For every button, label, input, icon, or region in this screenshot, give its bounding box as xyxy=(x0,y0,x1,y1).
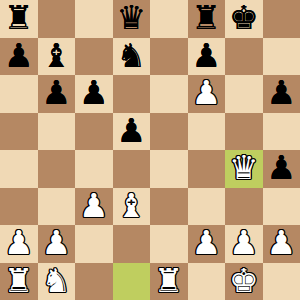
square-f2[interactable]: ♟ xyxy=(188,225,226,263)
square-h8[interactable] xyxy=(263,0,301,38)
square-c4[interactable] xyxy=(75,150,113,188)
square-h2[interactable]: ♟ xyxy=(263,225,301,263)
square-h1[interactable] xyxy=(263,263,301,300)
square-c7[interactable] xyxy=(75,38,113,76)
square-b8[interactable] xyxy=(38,0,76,38)
black-pawn-icon[interactable]: ♟ xyxy=(266,75,296,112)
square-d6[interactable] xyxy=(113,75,151,113)
square-f6[interactable]: ♟ xyxy=(188,75,226,113)
square-a5[interactable] xyxy=(0,113,38,151)
black-knight-icon[interactable]: ♞ xyxy=(116,38,146,75)
black-rook-icon[interactable]: ♜ xyxy=(191,0,221,37)
square-e2[interactable] xyxy=(150,225,188,263)
square-h5[interactable] xyxy=(263,113,301,151)
square-d1[interactable] xyxy=(113,263,151,300)
square-f7[interactable]: ♟ xyxy=(188,38,226,76)
square-a3[interactable] xyxy=(0,188,38,226)
black-pawn-icon[interactable]: ♟ xyxy=(266,150,296,187)
square-b2[interactable]: ♟ xyxy=(38,225,76,263)
square-g8[interactable]: ♚ xyxy=(225,0,263,38)
square-e8[interactable] xyxy=(150,0,188,38)
square-f8[interactable]: ♜ xyxy=(188,0,226,38)
white-pawn-icon[interactable]: ♟ xyxy=(229,225,259,262)
square-g5[interactable] xyxy=(225,113,263,151)
square-a7[interactable]: ♟ xyxy=(0,38,38,76)
square-h7[interactable] xyxy=(263,38,301,76)
square-b1[interactable]: ♞ xyxy=(38,263,76,300)
square-e7[interactable] xyxy=(150,38,188,76)
white-pawn-icon[interactable]: ♟ xyxy=(41,225,71,262)
square-g4[interactable]: ♛ xyxy=(225,150,263,188)
square-a8[interactable]: ♜ xyxy=(0,0,38,38)
square-a6[interactable] xyxy=(0,75,38,113)
square-e4[interactable] xyxy=(150,150,188,188)
square-h6[interactable]: ♟ xyxy=(263,75,301,113)
black-king-icon[interactable]: ♚ xyxy=(229,0,259,37)
square-b7[interactable]: ♝ xyxy=(38,38,76,76)
black-rook-icon[interactable]: ♜ xyxy=(4,0,34,37)
square-d3[interactable]: ♝ xyxy=(113,188,151,226)
square-d5[interactable]: ♟ xyxy=(113,113,151,151)
white-knight-icon[interactable]: ♞ xyxy=(41,263,71,300)
white-pawn-icon[interactable]: ♟ xyxy=(266,225,296,262)
square-c5[interactable] xyxy=(75,113,113,151)
square-f3[interactable] xyxy=(188,188,226,226)
square-f1[interactable] xyxy=(188,263,226,300)
square-e5[interactable] xyxy=(150,113,188,151)
chess-board: ♜♛♜♚♟♝♞♟♟♟♟♟♟♛♟♟♝♟♟♟♟♟♜♞♜♚ xyxy=(0,0,300,300)
square-h3[interactable] xyxy=(263,188,301,226)
square-g1[interactable]: ♚ xyxy=(225,263,263,300)
square-a2[interactable]: ♟ xyxy=(0,225,38,263)
black-pawn-icon[interactable]: ♟ xyxy=(41,75,71,112)
square-a4[interactable] xyxy=(0,150,38,188)
white-king-icon[interactable]: ♚ xyxy=(229,263,259,300)
square-c2[interactable] xyxy=(75,225,113,263)
square-d7[interactable]: ♞ xyxy=(113,38,151,76)
white-pawn-icon[interactable]: ♟ xyxy=(4,225,34,262)
white-queen-icon[interactable]: ♛ xyxy=(229,150,259,187)
square-b5[interactable] xyxy=(38,113,76,151)
square-f4[interactable] xyxy=(188,150,226,188)
square-g3[interactable] xyxy=(225,188,263,226)
square-g6[interactable] xyxy=(225,75,263,113)
square-c8[interactable] xyxy=(75,0,113,38)
square-b3[interactable] xyxy=(38,188,76,226)
white-pawn-icon[interactable]: ♟ xyxy=(191,75,221,112)
black-pawn-icon[interactable]: ♟ xyxy=(191,38,221,75)
black-pawn-icon[interactable]: ♟ xyxy=(4,38,34,75)
square-b6[interactable]: ♟ xyxy=(38,75,76,113)
square-b4[interactable] xyxy=(38,150,76,188)
square-d4[interactable] xyxy=(113,150,151,188)
black-bishop-icon[interactable]: ♝ xyxy=(41,38,71,75)
square-g2[interactable]: ♟ xyxy=(225,225,263,263)
black-pawn-icon[interactable]: ♟ xyxy=(79,75,109,112)
square-f5[interactable] xyxy=(188,113,226,151)
white-pawn-icon[interactable]: ♟ xyxy=(191,225,221,262)
square-c3[interactable]: ♟ xyxy=(75,188,113,226)
square-g7[interactable] xyxy=(225,38,263,76)
square-d8[interactable]: ♛ xyxy=(113,0,151,38)
black-pawn-icon[interactable]: ♟ xyxy=(116,113,146,150)
white-pawn-icon[interactable]: ♟ xyxy=(79,188,109,225)
square-h4[interactable]: ♟ xyxy=(263,150,301,188)
white-rook-icon[interactable]: ♜ xyxy=(4,263,34,300)
white-rook-icon[interactable]: ♜ xyxy=(154,263,184,300)
square-d2[interactable] xyxy=(113,225,151,263)
square-c1[interactable] xyxy=(75,263,113,300)
square-e1[interactable]: ♜ xyxy=(150,263,188,300)
square-e6[interactable] xyxy=(150,75,188,113)
square-c6[interactable]: ♟ xyxy=(75,75,113,113)
square-a1[interactable]: ♜ xyxy=(0,263,38,300)
white-bishop-icon[interactable]: ♝ xyxy=(116,188,146,225)
black-queen-icon[interactable]: ♛ xyxy=(116,0,146,37)
square-e3[interactable] xyxy=(150,188,188,226)
